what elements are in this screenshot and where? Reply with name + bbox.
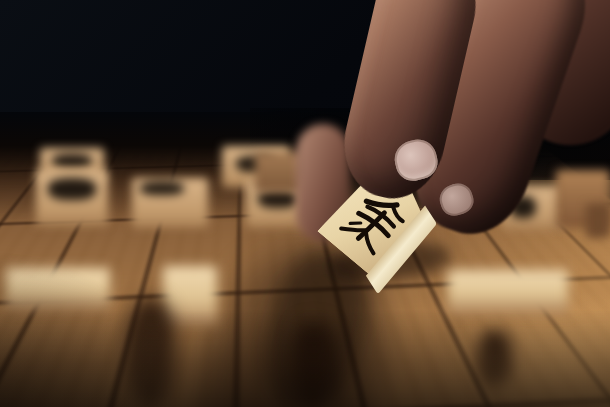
blurred-piece: [132, 178, 208, 228]
foreground-piece: [448, 270, 568, 314]
foreground-piece: [6, 268, 110, 310]
shogi-photo-scene: 金: [0, 0, 610, 407]
defocused-line-blob: [126, 298, 176, 407]
blurred-piece: [586, 204, 610, 238]
blurred-piece: [36, 170, 108, 226]
defocused-line-blob: [478, 330, 512, 386]
defocused-line-blob: [292, 322, 336, 407]
